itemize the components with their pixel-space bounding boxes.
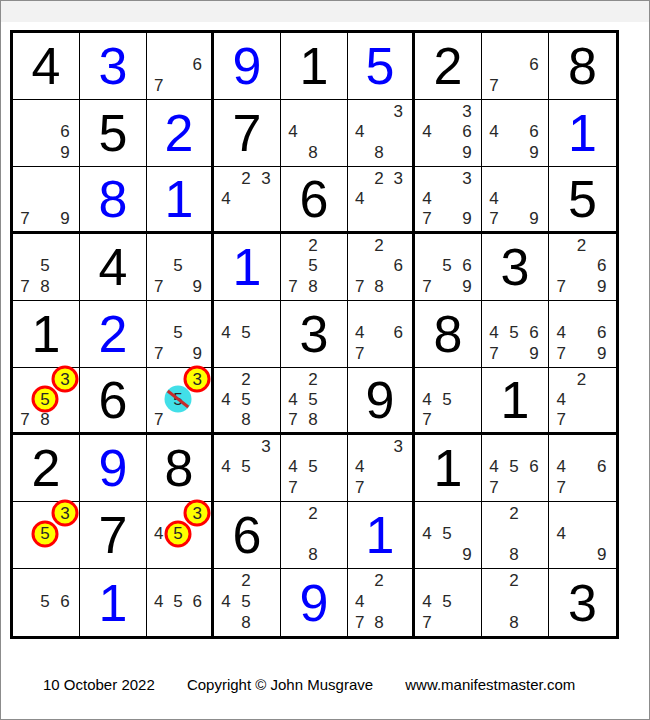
candidate-empty bbox=[188, 544, 207, 565]
candidate-4: 4 bbox=[417, 591, 437, 612]
cell-r2c2[interactable]: 5 bbox=[80, 100, 147, 167]
given-digit: 4 bbox=[80, 234, 146, 300]
candidate-6: 6 bbox=[592, 457, 612, 478]
candidate-empty bbox=[168, 235, 187, 256]
candidate-empty bbox=[504, 188, 524, 208]
candidate-empty bbox=[283, 544, 303, 565]
candidate-empty bbox=[551, 544, 571, 565]
candidate-3: 3 bbox=[389, 168, 408, 188]
cell-r6c6[interactable]: 9 bbox=[348, 368, 415, 435]
cell-r6c4[interactable]: 2458 bbox=[214, 368, 281, 435]
candidate-empty bbox=[188, 34, 207, 55]
candidate-empty bbox=[323, 503, 343, 524]
cell-r1c3[interactable]: 67 bbox=[147, 33, 214, 100]
cell-r8c3[interactable]: 345 bbox=[147, 502, 214, 569]
candidate-2: 2 bbox=[236, 570, 256, 591]
candidate-empty bbox=[236, 436, 256, 457]
candidate-empty bbox=[15, 122, 35, 143]
candidate-empty bbox=[504, 591, 524, 612]
cell-r9c6[interactable]: 2478 bbox=[348, 569, 415, 636]
cell-r7c2[interactable]: 9 bbox=[80, 435, 147, 502]
footer-date: 10 October 2022 bbox=[43, 676, 155, 693]
candidate-empty bbox=[389, 188, 408, 208]
candidate-empty bbox=[437, 168, 457, 188]
candidate-empty bbox=[484, 101, 504, 122]
candidate-4: 4 bbox=[350, 122, 369, 143]
cell-r2c6[interactable]: 348 bbox=[348, 100, 415, 167]
candidate-empty bbox=[55, 168, 75, 188]
candidate-empty bbox=[369, 477, 388, 498]
cell-r4c7[interactable]: 5679 bbox=[415, 234, 482, 301]
pencil-marks: 2578 bbox=[281, 234, 347, 300]
given-digit: 2 bbox=[415, 33, 481, 99]
candidate-empty bbox=[256, 570, 276, 591]
candidate-empty bbox=[504, 75, 524, 96]
candidate-empty bbox=[15, 612, 35, 633]
pencil-marks: 2458 bbox=[214, 368, 280, 432]
cell-r2c8[interactable]: 469 bbox=[482, 100, 549, 167]
candidate-empty bbox=[437, 208, 457, 228]
pencil-marks: 579 bbox=[147, 301, 211, 367]
candidate-5: 5 bbox=[437, 591, 457, 612]
pencil-marks: 35 bbox=[13, 502, 79, 568]
candidate-5: 5 bbox=[303, 256, 323, 277]
entered-digit: 8 bbox=[80, 167, 146, 231]
candidate-empty bbox=[504, 524, 524, 545]
candidate-empty bbox=[389, 612, 408, 633]
candidate-empty bbox=[149, 503, 168, 524]
cell-r5c3[interactable]: 579 bbox=[147, 301, 214, 368]
candidate-5: 5 bbox=[437, 389, 457, 409]
cell-r4c2[interactable]: 4 bbox=[80, 234, 147, 301]
candidate-6: 6 bbox=[188, 591, 207, 612]
cell-r1c1[interactable]: 4 bbox=[13, 33, 80, 100]
pencil-marks: 79 bbox=[13, 167, 79, 231]
candidate-3: 3 bbox=[188, 503, 207, 524]
cell-r7c5[interactable]: 457 bbox=[281, 435, 348, 502]
candidate-empty bbox=[283, 503, 303, 524]
entered-digit: 5 bbox=[348, 33, 412, 99]
cell-r7c4[interactable]: 345 bbox=[214, 435, 281, 502]
candidate-9: 9 bbox=[524, 208, 544, 228]
cell-r4c9[interactable]: 2679 bbox=[549, 234, 616, 301]
candidate-empty bbox=[149, 34, 168, 55]
candidate-6: 6 bbox=[55, 591, 75, 612]
pencil-marks: 469 bbox=[482, 100, 548, 166]
candidate-empty bbox=[369, 101, 388, 122]
candidate-empty bbox=[524, 188, 544, 208]
candidate-empty bbox=[350, 208, 369, 228]
candidate-3: 3 bbox=[188, 369, 207, 389]
candidate-empty bbox=[15, 235, 35, 256]
candidate-empty bbox=[484, 524, 504, 545]
candidate-empty bbox=[551, 503, 571, 524]
cell-r3c3[interactable]: 1 bbox=[147, 167, 214, 234]
cell-r2c3[interactable]: 2 bbox=[147, 100, 214, 167]
candidate-empty bbox=[15, 142, 35, 163]
cell-r1c9[interactable]: 8 bbox=[549, 33, 616, 100]
candidate-2: 2 bbox=[303, 235, 323, 256]
candidate-8: 8 bbox=[35, 276, 55, 297]
candidate-empty bbox=[350, 302, 369, 323]
cell-r8c6[interactable]: 1 bbox=[348, 502, 415, 569]
pencil-marks: 348 bbox=[348, 100, 412, 166]
candidate-empty bbox=[551, 302, 571, 323]
cell-r1c7[interactable]: 2 bbox=[415, 33, 482, 100]
entered-digit: 9 bbox=[214, 33, 280, 99]
cell-r4c8[interactable]: 3 bbox=[482, 234, 549, 301]
cell-r5c7[interactable]: 8 bbox=[415, 301, 482, 368]
candidate-8: 8 bbox=[303, 544, 323, 565]
candidate-empty bbox=[504, 477, 524, 498]
cell-r7c6[interactable]: 347 bbox=[348, 435, 415, 502]
candidate-empty bbox=[592, 235, 612, 256]
candidate-empty bbox=[168, 612, 187, 633]
pencil-marks: 3479 bbox=[415, 167, 481, 231]
candidate-8: 8 bbox=[369, 276, 388, 297]
cell-r3c2[interactable]: 8 bbox=[80, 167, 147, 234]
candidate-empty bbox=[323, 276, 343, 297]
candidate-empty bbox=[389, 570, 408, 591]
candidate-empty bbox=[323, 409, 343, 429]
cell-r8c7[interactable]: 459 bbox=[415, 502, 482, 569]
candidate-7: 7 bbox=[283, 409, 303, 429]
cell-r7c8[interactable]: 4567 bbox=[482, 435, 549, 502]
candidate-empty bbox=[484, 55, 504, 76]
candidate-empty bbox=[216, 208, 236, 228]
cell-r8c5[interactable]: 28 bbox=[281, 502, 348, 569]
cell-r8c4[interactable]: 6 bbox=[214, 502, 281, 569]
candidate-5: 5 bbox=[437, 256, 457, 277]
candidate-empty bbox=[149, 544, 168, 565]
candidate-7: 7 bbox=[417, 276, 437, 297]
pencil-marks: 467 bbox=[549, 435, 616, 501]
cell-r5c9[interactable]: 4679 bbox=[549, 301, 616, 368]
candidate-9: 9 bbox=[592, 343, 612, 364]
candidate-empty bbox=[323, 457, 343, 478]
candidate-empty bbox=[149, 323, 168, 344]
candidate-3: 3 bbox=[389, 101, 408, 122]
given-digit: 9 bbox=[348, 368, 412, 432]
cell-r5c8[interactable]: 45679 bbox=[482, 301, 549, 368]
candidate-empty bbox=[484, 34, 504, 55]
candidate-empty bbox=[15, 168, 35, 188]
pencil-marks: 67 bbox=[147, 33, 211, 99]
cell-r6c3[interactable]: 357 bbox=[147, 368, 214, 435]
candidate-empty bbox=[256, 208, 276, 228]
cell-r4c4[interactable]: 1 bbox=[214, 234, 281, 301]
cell-r9c9[interactable]: 3 bbox=[549, 569, 616, 636]
candidate-empty bbox=[369, 591, 388, 612]
cell-r5c1[interactable]: 1 bbox=[13, 301, 80, 368]
candidate-5: 5 bbox=[168, 323, 187, 344]
candidate-7: 7 bbox=[283, 477, 303, 498]
cell-r1c2[interactable]: 3 bbox=[80, 33, 147, 100]
candidate-4: 4 bbox=[417, 389, 437, 409]
candidate-5: 5 bbox=[168, 591, 187, 612]
candidate-empty bbox=[592, 477, 612, 498]
candidate-empty bbox=[256, 409, 276, 429]
candidate-2: 2 bbox=[571, 369, 591, 389]
cell-r6c1[interactable]: 3578 bbox=[13, 368, 80, 435]
cell-r5c5[interactable]: 3 bbox=[281, 301, 348, 368]
cell-r3c7[interactable]: 3479 bbox=[415, 167, 482, 234]
candidate-empty bbox=[484, 302, 504, 323]
candidate-empty bbox=[524, 75, 544, 96]
candidate-8: 8 bbox=[504, 612, 524, 633]
cell-r9c8[interactable]: 28 bbox=[482, 569, 549, 636]
candidate-3: 3 bbox=[457, 168, 477, 188]
pencil-marks: 467 bbox=[348, 301, 412, 367]
cell-r6c7[interactable]: 457 bbox=[415, 368, 482, 435]
given-digit: 7 bbox=[214, 100, 280, 166]
candidate-empty bbox=[216, 369, 236, 389]
candidate-empty bbox=[571, 544, 591, 565]
candidate-7: 7 bbox=[350, 343, 369, 364]
cell-r9c4[interactable]: 2458 bbox=[214, 569, 281, 636]
candidate-empty bbox=[457, 235, 477, 256]
candidate-4: 4 bbox=[283, 122, 303, 143]
candidate-empty bbox=[389, 591, 408, 612]
cell-r6c8[interactable]: 1 bbox=[482, 368, 549, 435]
entered-digit: 3 bbox=[80, 33, 146, 99]
cell-r7c9[interactable]: 467 bbox=[549, 435, 616, 502]
pencil-marks: 2458 bbox=[214, 569, 280, 636]
candidate-empty bbox=[369, 436, 388, 457]
candidate-empty bbox=[236, 343, 256, 364]
candidate-empty bbox=[188, 323, 207, 344]
candidate-empty bbox=[35, 142, 55, 163]
candidate-empty bbox=[417, 168, 437, 188]
candidate-empty bbox=[551, 235, 571, 256]
cell-r3c9[interactable]: 5 bbox=[549, 167, 616, 234]
cell-r8c2[interactable]: 7 bbox=[80, 502, 147, 569]
cell-r5c4[interactable]: 45 bbox=[214, 301, 281, 368]
cell-r6c2[interactable]: 6 bbox=[80, 368, 147, 435]
candidate-empty bbox=[457, 369, 477, 389]
candidate-empty bbox=[188, 256, 207, 277]
candidate-2: 2 bbox=[236, 168, 256, 188]
cell-r9c7[interactable]: 457 bbox=[415, 569, 482, 636]
candidate-empty bbox=[168, 75, 187, 96]
cell-r6c9[interactable]: 247 bbox=[549, 368, 616, 435]
candidate-5: 5 bbox=[236, 323, 256, 344]
candidate-empty bbox=[283, 436, 303, 457]
cell-r4c5[interactable]: 2578 bbox=[281, 234, 348, 301]
candidate-empty bbox=[256, 323, 276, 344]
candidate-empty bbox=[236, 188, 256, 208]
candidate-9: 9 bbox=[188, 343, 207, 364]
cell-r6c5[interactable]: 24578 bbox=[281, 368, 348, 435]
cell-r2c7[interactable]: 3469 bbox=[415, 100, 482, 167]
candidate-empty bbox=[437, 503, 457, 524]
cell-r4c6[interactable]: 2678 bbox=[348, 234, 415, 301]
cell-r7c3[interactable]: 8 bbox=[147, 435, 214, 502]
candidate-4: 4 bbox=[216, 591, 236, 612]
given-digit: 3 bbox=[482, 234, 548, 300]
candidate-4: 4 bbox=[350, 323, 369, 344]
candidate-4: 4 bbox=[484, 188, 504, 208]
candidate-empty bbox=[592, 409, 612, 429]
candidate-7: 7 bbox=[551, 276, 571, 297]
candidate-empty bbox=[504, 34, 524, 55]
candidate-empty bbox=[484, 436, 504, 457]
candidate-empty bbox=[571, 323, 591, 344]
candidate-empty bbox=[551, 369, 571, 389]
given-digit: 1 bbox=[482, 368, 548, 432]
candidate-empty bbox=[417, 544, 437, 565]
candidate-5: 5 bbox=[35, 524, 55, 545]
candidate-empty bbox=[55, 570, 75, 591]
pencil-marks: 459 bbox=[415, 502, 481, 568]
candidate-empty bbox=[35, 544, 55, 565]
cell-r2c1[interactable]: 69 bbox=[13, 100, 80, 167]
cell-r2c5[interactable]: 48 bbox=[281, 100, 348, 167]
candidate-2: 2 bbox=[571, 235, 591, 256]
cell-r1c4[interactable]: 9 bbox=[214, 33, 281, 100]
candidate-empty bbox=[236, 302, 256, 323]
candidate-empty bbox=[389, 142, 408, 163]
candidate-empty bbox=[504, 101, 524, 122]
candidate-empty bbox=[55, 524, 75, 545]
candidate-empty bbox=[417, 570, 437, 591]
cell-r4c1[interactable]: 578 bbox=[13, 234, 80, 301]
pencil-marks: 4679 bbox=[549, 301, 616, 367]
candidate-7: 7 bbox=[484, 477, 504, 498]
candidate-8: 8 bbox=[236, 409, 256, 429]
cell-r3c5[interactable]: 6 bbox=[281, 167, 348, 234]
cell-r8c8[interactable]: 28 bbox=[482, 502, 549, 569]
entered-digit: 1 bbox=[348, 502, 412, 568]
candidate-empty bbox=[504, 343, 524, 364]
candidate-empty bbox=[417, 503, 437, 524]
candidate-empty bbox=[524, 168, 544, 188]
candidate-empty bbox=[149, 570, 168, 591]
cell-r3c4[interactable]: 234 bbox=[214, 167, 281, 234]
candidate-empty bbox=[457, 591, 477, 612]
candidate-2: 2 bbox=[369, 168, 388, 188]
candidate-empty bbox=[437, 570, 457, 591]
candidate-empty bbox=[437, 122, 457, 143]
candidate-empty bbox=[437, 409, 457, 429]
candidate-empty bbox=[283, 235, 303, 256]
candidate-empty bbox=[216, 436, 236, 457]
candidate-empty bbox=[149, 612, 168, 633]
candidate-empty bbox=[188, 409, 207, 429]
candidate-6: 6 bbox=[188, 55, 207, 76]
candidate-empty bbox=[55, 276, 75, 297]
candidate-empty bbox=[369, 302, 388, 323]
cell-r5c6[interactable]: 467 bbox=[348, 301, 415, 368]
candidate-9: 9 bbox=[592, 544, 612, 565]
cell-r3c1[interactable]: 79 bbox=[13, 167, 80, 234]
candidate-6: 6 bbox=[457, 256, 477, 277]
candidate-4: 4 bbox=[283, 389, 303, 409]
pencil-marks: 56 bbox=[13, 569, 79, 636]
candidate-8: 8 bbox=[303, 142, 323, 163]
candidate-9: 9 bbox=[457, 208, 477, 228]
candidate-empty bbox=[551, 256, 571, 277]
candidate-empty bbox=[389, 343, 408, 364]
candidate-empty bbox=[168, 409, 187, 429]
candidate-empty bbox=[149, 256, 168, 277]
pencil-marks: 347 bbox=[348, 435, 412, 501]
candidate-empty bbox=[188, 235, 207, 256]
candidate-3: 3 bbox=[389, 436, 408, 457]
cell-r5c2[interactable]: 2 bbox=[80, 301, 147, 368]
candidate-6: 6 bbox=[592, 323, 612, 344]
candidate-empty bbox=[504, 122, 524, 143]
candidate-7: 7 bbox=[551, 343, 571, 364]
candidate-empty bbox=[437, 142, 457, 163]
candidate-5: 5 bbox=[35, 389, 55, 409]
cell-r7c7[interactable]: 1 bbox=[415, 435, 482, 502]
candidate-empty bbox=[504, 208, 524, 228]
candidate-empty bbox=[149, 369, 168, 389]
cell-r3c6[interactable]: 234 bbox=[348, 167, 415, 234]
candidate-empty bbox=[15, 188, 35, 208]
entered-digit: 1 bbox=[147, 167, 211, 231]
candidate-empty bbox=[35, 235, 55, 256]
candidate-empty bbox=[35, 168, 55, 188]
candidate-empty bbox=[437, 276, 457, 297]
candidate-empty bbox=[437, 612, 457, 633]
given-digit: 8 bbox=[147, 435, 211, 501]
candidate-empty bbox=[256, 369, 276, 389]
cell-r1c6[interactable]: 5 bbox=[348, 33, 415, 100]
candidate-2: 2 bbox=[236, 369, 256, 389]
candidate-empty bbox=[389, 122, 408, 143]
cell-r9c5[interactable]: 9 bbox=[281, 569, 348, 636]
candidate-empty bbox=[524, 524, 544, 545]
cell-r3c8[interactable]: 479 bbox=[482, 167, 549, 234]
cell-r7c1[interactable]: 2 bbox=[13, 435, 80, 502]
candidate-5: 5 bbox=[504, 323, 524, 344]
candidate-8: 8 bbox=[35, 409, 55, 429]
candidate-4: 4 bbox=[216, 457, 236, 478]
candidate-empty bbox=[15, 503, 35, 524]
cell-r2c9[interactable]: 1 bbox=[549, 100, 616, 167]
cell-r9c3[interactable]: 456 bbox=[147, 569, 214, 636]
candidate-4: 4 bbox=[216, 188, 236, 208]
candidate-6: 6 bbox=[524, 55, 544, 76]
cell-r8c1[interactable]: 35 bbox=[13, 502, 80, 569]
candidate-6: 6 bbox=[592, 256, 612, 277]
cell-r4c3[interactable]: 579 bbox=[147, 234, 214, 301]
candidate-empty bbox=[256, 612, 276, 633]
cell-r1c8[interactable]: 67 bbox=[482, 33, 549, 100]
candidate-empty bbox=[389, 477, 408, 498]
cell-r9c2[interactable]: 1 bbox=[80, 569, 147, 636]
cell-r2c4[interactable]: 7 bbox=[214, 100, 281, 167]
cell-r1c5[interactable]: 1 bbox=[281, 33, 348, 100]
given-digit: 8 bbox=[549, 33, 616, 99]
cell-r8c9[interactable]: 49 bbox=[549, 502, 616, 569]
candidate-4: 4 bbox=[283, 457, 303, 478]
candidate-4: 4 bbox=[350, 457, 369, 478]
cell-r9c1[interactable]: 56 bbox=[13, 569, 80, 636]
candidate-empty bbox=[524, 302, 544, 323]
candidate-empty bbox=[571, 524, 591, 545]
given-digit: 1 bbox=[13, 301, 79, 367]
pencil-marks: 2478 bbox=[348, 569, 412, 636]
pencil-marks: 345 bbox=[214, 435, 280, 501]
pencil-marks: 2678 bbox=[348, 234, 412, 300]
candidate-empty bbox=[551, 436, 571, 457]
candidate-empty bbox=[188, 389, 207, 409]
pencil-marks: 357 bbox=[147, 368, 211, 432]
candidate-empty bbox=[524, 101, 544, 122]
